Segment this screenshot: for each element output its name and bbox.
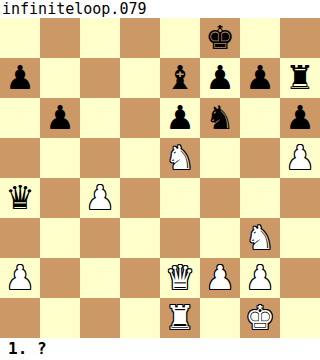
piece-white-king: ♚ — [245, 301, 275, 334]
square-e6[interactable]: ♟ — [160, 98, 200, 138]
piece-black-pawn: ♟ — [285, 101, 315, 134]
square-b7[interactable] — [40, 58, 80, 98]
square-b3[interactable] — [40, 218, 80, 258]
square-f2[interactable]: ♟ — [200, 258, 240, 298]
square-a4[interactable]: ♛ — [0, 178, 40, 218]
square-b6[interactable]: ♟ — [40, 98, 80, 138]
piece-white-queen: ♛ — [165, 261, 195, 294]
square-a8[interactable] — [0, 18, 40, 58]
square-h3[interactable] — [280, 218, 320, 258]
square-a1[interactable] — [0, 298, 40, 338]
square-f1[interactable] — [200, 298, 240, 338]
square-e2[interactable]: ♛ — [160, 258, 200, 298]
square-f8[interactable]: ♚ — [200, 18, 240, 58]
square-a2[interactable]: ♟ — [0, 258, 40, 298]
square-a6[interactable] — [0, 98, 40, 138]
puzzle-title: infiniteloop.079 — [0, 0, 320, 18]
square-g4[interactable] — [240, 178, 280, 218]
piece-white-pawn: ♟ — [285, 141, 315, 174]
piece-black-bishop: ♝ — [165, 61, 195, 94]
square-f5[interactable] — [200, 138, 240, 178]
piece-black-queen: ♛ — [5, 181, 35, 214]
square-g6[interactable] — [240, 98, 280, 138]
piece-white-pawn: ♟ — [5, 261, 35, 294]
piece-black-pawn: ♟ — [245, 61, 275, 94]
square-e3[interactable] — [160, 218, 200, 258]
square-h7[interactable]: ♜ — [280, 58, 320, 98]
piece-black-pawn: ♟ — [45, 101, 75, 134]
square-g3[interactable]: ♞ — [240, 218, 280, 258]
piece-white-knight: ♞ — [165, 141, 195, 174]
square-b4[interactable] — [40, 178, 80, 218]
square-d1[interactable] — [120, 298, 160, 338]
square-h4[interactable] — [280, 178, 320, 218]
square-h8[interactable] — [280, 18, 320, 58]
piece-black-king: ♚ — [205, 21, 235, 54]
square-e1[interactable]: ♜ — [160, 298, 200, 338]
square-a3[interactable] — [0, 218, 40, 258]
piece-black-pawn: ♟ — [165, 101, 195, 134]
square-g8[interactable] — [240, 18, 280, 58]
square-f4[interactable] — [200, 178, 240, 218]
piece-white-rook: ♜ — [165, 301, 195, 334]
square-e7[interactable]: ♝ — [160, 58, 200, 98]
square-g7[interactable]: ♟ — [240, 58, 280, 98]
square-d6[interactable] — [120, 98, 160, 138]
square-e5[interactable]: ♞ — [160, 138, 200, 178]
move-prompt: 1. ? — [0, 338, 320, 360]
piece-black-pawn: ♟ — [205, 61, 235, 94]
piece-white-pawn: ♟ — [205, 261, 235, 294]
square-h6[interactable]: ♟ — [280, 98, 320, 138]
square-c4[interactable]: ♟ — [80, 178, 120, 218]
square-c6[interactable] — [80, 98, 120, 138]
piece-white-knight: ♞ — [245, 221, 275, 254]
square-h2[interactable] — [280, 258, 320, 298]
square-f7[interactable]: ♟ — [200, 58, 240, 98]
square-f6[interactable]: ♞ — [200, 98, 240, 138]
square-g5[interactable] — [240, 138, 280, 178]
square-b5[interactable] — [40, 138, 80, 178]
square-d2[interactable] — [120, 258, 160, 298]
square-c2[interactable] — [80, 258, 120, 298]
square-f3[interactable] — [200, 218, 240, 258]
square-d4[interactable] — [120, 178, 160, 218]
chess-puzzle-viewer: infiniteloop.079 ♚♟♝♟♟♜♟♟♞♟♞♟♛♟♞♟♛♟♟♜♚ 1… — [0, 0, 320, 360]
square-c3[interactable] — [80, 218, 120, 258]
square-d3[interactable] — [120, 218, 160, 258]
square-d8[interactable] — [120, 18, 160, 58]
square-c1[interactable] — [80, 298, 120, 338]
piece-black-pawn: ♟ — [5, 61, 35, 94]
square-e8[interactable] — [160, 18, 200, 58]
square-b2[interactable] — [40, 258, 80, 298]
piece-black-knight: ♞ — [205, 101, 235, 134]
square-d7[interactable] — [120, 58, 160, 98]
square-e4[interactable] — [160, 178, 200, 218]
square-h5[interactable]: ♟ — [280, 138, 320, 178]
square-b1[interactable] — [40, 298, 80, 338]
piece-white-pawn: ♟ — [85, 181, 115, 214]
square-c5[interactable] — [80, 138, 120, 178]
square-a5[interactable] — [0, 138, 40, 178]
chess-board: ♚♟♝♟♟♜♟♟♞♟♞♟♛♟♞♟♛♟♟♜♚ — [0, 18, 320, 338]
square-a7[interactable]: ♟ — [0, 58, 40, 98]
square-c7[interactable] — [80, 58, 120, 98]
square-b8[interactable] — [40, 18, 80, 58]
square-d5[interactable] — [120, 138, 160, 178]
square-c8[interactable] — [80, 18, 120, 58]
square-h1[interactable] — [280, 298, 320, 338]
piece-white-pawn: ♟ — [245, 261, 275, 294]
square-g1[interactable]: ♚ — [240, 298, 280, 338]
piece-black-rook: ♜ — [285, 61, 315, 94]
square-g2[interactable]: ♟ — [240, 258, 280, 298]
